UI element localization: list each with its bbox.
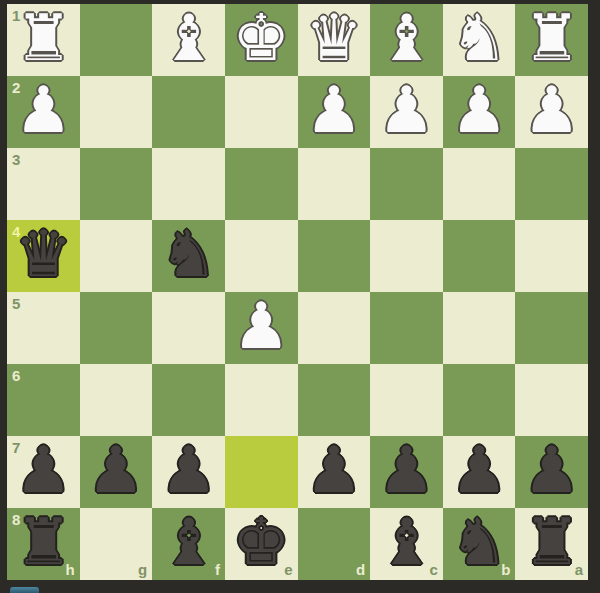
square-c3[interactable] xyxy=(370,148,443,220)
rank-label-6: 6 xyxy=(12,368,20,383)
piece-white-knight[interactable]: ♞ xyxy=(450,2,507,74)
square-a2[interactable]: ♟ xyxy=(515,76,588,148)
piece-black-knight[interactable]: ♞ xyxy=(160,218,217,290)
square-e4[interactable] xyxy=(225,220,298,292)
square-b5[interactable] xyxy=(443,292,516,364)
square-e8[interactable]: e♚ xyxy=(225,508,298,580)
square-g6[interactable] xyxy=(80,364,153,436)
piece-black-rook[interactable]: ♜ xyxy=(15,506,72,578)
square-c2[interactable]: ♟ xyxy=(370,76,443,148)
square-b1[interactable]: ♞ xyxy=(443,4,516,76)
square-d8[interactable]: d xyxy=(298,508,371,580)
square-c1[interactable]: ♝ xyxy=(370,4,443,76)
piece-black-bishop[interactable]: ♝ xyxy=(160,506,217,578)
piece-white-pawn[interactable]: ♟ xyxy=(15,74,72,146)
piece-white-rook[interactable]: ♜ xyxy=(523,2,580,74)
square-f8[interactable]: f♝ xyxy=(152,508,225,580)
square-d4[interactable] xyxy=(298,220,371,292)
square-b6[interactable] xyxy=(443,364,516,436)
square-f5[interactable] xyxy=(152,292,225,364)
piece-black-pawn[interactable]: ♟ xyxy=(450,434,507,506)
file-label-g: g xyxy=(138,562,147,577)
piece-white-rook[interactable]: ♜ xyxy=(15,2,72,74)
square-a6[interactable] xyxy=(515,364,588,436)
square-e6[interactable] xyxy=(225,364,298,436)
piece-black-pawn[interactable]: ♟ xyxy=(523,434,580,506)
square-b8[interactable]: b♞ xyxy=(443,508,516,580)
square-c5[interactable] xyxy=(370,292,443,364)
square-g2[interactable] xyxy=(80,76,153,148)
square-h4[interactable]: 4♛ xyxy=(7,220,80,292)
square-g8[interactable]: g xyxy=(80,508,153,580)
square-f7[interactable]: ♟ xyxy=(152,436,225,508)
piece-black-bishop[interactable]: ♝ xyxy=(378,506,435,578)
square-d6[interactable] xyxy=(298,364,371,436)
square-b3[interactable] xyxy=(443,148,516,220)
piece-black-pawn[interactable]: ♟ xyxy=(87,434,144,506)
square-h8[interactable]: 8h♜ xyxy=(7,508,80,580)
square-e1[interactable]: ♚ xyxy=(225,4,298,76)
square-d5[interactable] xyxy=(298,292,371,364)
piece-black-pawn[interactable]: ♟ xyxy=(160,434,217,506)
square-a5[interactable] xyxy=(515,292,588,364)
square-h1[interactable]: 1♜ xyxy=(7,4,80,76)
square-e3[interactable] xyxy=(225,148,298,220)
chess-app-window: 1♜♝♚♛♝♞♜2♟♟♟♟♟34♛♞5♟67♟♟♟♟♟♟♟8h♜gf♝e♚dc♝… xyxy=(0,0,600,593)
piece-white-king[interactable]: ♚ xyxy=(233,2,290,74)
square-b2[interactable]: ♟ xyxy=(443,76,516,148)
piece-white-pawn[interactable]: ♟ xyxy=(523,74,580,146)
chess-board[interactable]: 1♜♝♚♛♝♞♜2♟♟♟♟♟34♛♞5♟67♟♟♟♟♟♟♟8h♜gf♝e♚dc♝… xyxy=(7,4,588,580)
square-d2[interactable]: ♟ xyxy=(298,76,371,148)
square-a8[interactable]: a♜ xyxy=(515,508,588,580)
square-g5[interactable] xyxy=(80,292,153,364)
piece-white-bishop[interactable]: ♝ xyxy=(378,2,435,74)
piece-black-pawn[interactable]: ♟ xyxy=(378,434,435,506)
bottom-left-widget[interactable] xyxy=(10,587,39,593)
piece-white-pawn[interactable]: ♟ xyxy=(305,74,362,146)
square-h5[interactable]: 5 xyxy=(7,292,80,364)
square-h7[interactable]: 7♟ xyxy=(7,436,80,508)
square-c7[interactable]: ♟ xyxy=(370,436,443,508)
square-e7[interactable] xyxy=(225,436,298,508)
square-h2[interactable]: 2♟ xyxy=(7,76,80,148)
square-b4[interactable] xyxy=(443,220,516,292)
square-a1[interactable]: ♜ xyxy=(515,4,588,76)
square-g4[interactable] xyxy=(80,220,153,292)
piece-black-rook[interactable]: ♜ xyxy=(523,506,580,578)
rank-label-5: 5 xyxy=(12,296,20,311)
square-e5[interactable]: ♟ xyxy=(225,292,298,364)
rank-label-3: 3 xyxy=(12,152,20,167)
square-a7[interactable]: ♟ xyxy=(515,436,588,508)
square-h3[interactable]: 3 xyxy=(7,148,80,220)
square-c8[interactable]: c♝ xyxy=(370,508,443,580)
piece-black-pawn[interactable]: ♟ xyxy=(15,434,72,506)
piece-white-pawn[interactable]: ♟ xyxy=(233,290,290,362)
piece-white-queen[interactable]: ♛ xyxy=(305,2,362,74)
square-g7[interactable]: ♟ xyxy=(80,436,153,508)
piece-black-pawn[interactable]: ♟ xyxy=(305,434,362,506)
square-d1[interactable]: ♛ xyxy=(298,4,371,76)
square-c6[interactable] xyxy=(370,364,443,436)
square-f6[interactable] xyxy=(152,364,225,436)
file-label-d: d xyxy=(356,562,365,577)
square-g1[interactable] xyxy=(80,4,153,76)
square-f1[interactable]: ♝ xyxy=(152,4,225,76)
piece-black-king[interactable]: ♚ xyxy=(233,506,290,578)
square-g3[interactable] xyxy=(80,148,153,220)
piece-white-pawn[interactable]: ♟ xyxy=(450,74,507,146)
square-a4[interactable] xyxy=(515,220,588,292)
square-e2[interactable] xyxy=(225,76,298,148)
square-f4[interactable]: ♞ xyxy=(152,220,225,292)
piece-white-pawn[interactable]: ♟ xyxy=(378,74,435,146)
square-d7[interactable]: ♟ xyxy=(298,436,371,508)
square-f3[interactable] xyxy=(152,148,225,220)
piece-black-queen[interactable]: ♛ xyxy=(15,218,72,290)
piece-white-bishop[interactable]: ♝ xyxy=(160,2,217,74)
piece-black-knight[interactable]: ♞ xyxy=(450,506,507,578)
square-d3[interactable] xyxy=(298,148,371,220)
square-c4[interactable] xyxy=(370,220,443,292)
square-f2[interactable] xyxy=(152,76,225,148)
square-h6[interactable]: 6 xyxy=(7,364,80,436)
square-a3[interactable] xyxy=(515,148,588,220)
square-b7[interactable]: ♟ xyxy=(443,436,516,508)
